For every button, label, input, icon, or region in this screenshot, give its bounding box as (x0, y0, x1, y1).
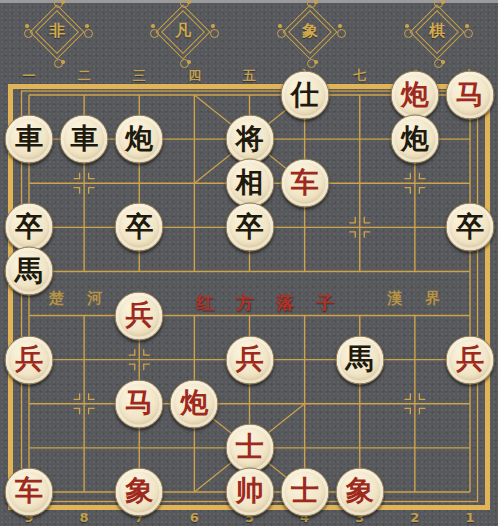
piece-red-象[interactable]: 象 (115, 467, 164, 516)
piece-glyph: 炮 (401, 80, 429, 108)
medallion-corner-dot-icon (187, 0, 191, 4)
piece-glyph: 仕 (291, 80, 319, 108)
medallion-corner-dot-icon (211, 24, 215, 28)
piece-glyph: 兵 (125, 301, 153, 329)
medallion-corner-dot-icon (85, 24, 89, 28)
piece-black-卒[interactable]: 卒 (115, 203, 164, 252)
medallion-corner-dot-icon (187, 60, 191, 64)
medallion-corner-scroll-icon (404, 29, 413, 38)
piece-black-車[interactable]: 車 (5, 115, 54, 164)
medallion-corner-dot-icon (441, 0, 445, 4)
piece-glyph: 卒 (456, 212, 484, 240)
medallion-corner-scroll-icon (24, 29, 33, 38)
piece-glyph: 車 (15, 124, 43, 152)
piece-glyph: 帅 (236, 477, 264, 505)
medallion-char: 非 (49, 21, 65, 42)
piece-glyph: 士 (236, 433, 264, 461)
piece-glyph: 兵 (15, 345, 43, 373)
medallion-corner-scroll-icon (210, 29, 219, 38)
piece-glyph: 马 (125, 389, 153, 417)
medallion-corner-scroll-icon (150, 29, 159, 38)
file-label-top: 三 (133, 67, 146, 85)
file-label-bottom: 8 (80, 510, 89, 525)
piece-glyph: 車 (70, 124, 98, 152)
file-label-bottom: 6 (190, 510, 199, 525)
file-label-top: 一 (23, 67, 36, 85)
piece-black-車[interactable]: 車 (60, 115, 109, 164)
piece-black-相[interactable]: 相 (225, 159, 274, 208)
piece-black-将[interactable]: 将 (225, 115, 274, 164)
river-label-right: 漢界 (387, 289, 463, 308)
medallion-corner-dot-icon (338, 24, 342, 28)
medallion-corner-dot-icon (25, 24, 29, 28)
piece-red-马[interactable]: 马 (446, 71, 495, 120)
piece-red-兵[interactable]: 兵 (446, 335, 495, 384)
file-label-bottom: 1 (465, 510, 474, 525)
piece-red-士[interactable]: 士 (280, 467, 329, 516)
piece-red-兵[interactable]: 兵 (5, 335, 54, 384)
header-medallion: 非 (25, 0, 89, 64)
piece-black-卒[interactable]: 卒 (225, 203, 274, 252)
header-medallion: 象 (278, 0, 342, 64)
piece-black-炮[interactable]: 炮 (390, 115, 439, 164)
piece-black-卒[interactable]: 卒 (446, 203, 495, 252)
header-medallion: 凡 (151, 0, 215, 64)
medallion-corner-dot-icon (405, 24, 409, 28)
medallion-corner-scroll-icon (84, 29, 93, 38)
piece-red-炮[interactable]: 炮 (170, 379, 219, 428)
piece-glyph: 马 (456, 80, 484, 108)
medallion-corner-scroll-icon (464, 29, 473, 38)
piece-black-仕[interactable]: 仕 (280, 71, 329, 120)
medallion-corner-dot-icon (61, 0, 65, 4)
piece-glyph: 将 (236, 124, 264, 152)
header-medallion: 棋 (405, 0, 469, 64)
piece-red-士[interactable]: 士 (225, 423, 274, 472)
piece-glyph: 卒 (15, 212, 43, 240)
piece-glyph: 炮 (180, 389, 208, 417)
medallion-corner-dot-icon (61, 60, 65, 64)
medallion-corner-dot-icon (278, 24, 282, 28)
piece-glyph: 炮 (401, 124, 429, 152)
medallion-char: 棋 (429, 21, 445, 42)
piece-glyph: 馬 (346, 345, 374, 373)
piece-black-馬[interactable]: 馬 (335, 335, 384, 384)
piece-red-帅[interactable]: 帅 (225, 467, 274, 516)
piece-black-馬[interactable]: 馬 (5, 247, 54, 296)
file-label-top: 四 (188, 67, 201, 85)
medallion-char: 象 (302, 21, 318, 42)
file-label-top: 二 (78, 67, 91, 85)
piece-red-兵[interactable]: 兵 (225, 335, 274, 384)
piece-red-马[interactable]: 马 (115, 379, 164, 428)
piece-glyph: 炮 (125, 124, 153, 152)
piece-glyph: 兵 (236, 345, 264, 373)
piece-black-炮[interactable]: 炮 (115, 115, 164, 164)
medallion-corner-dot-icon (151, 24, 155, 28)
piece-red-兵[interactable]: 兵 (115, 291, 164, 340)
xiangqi-app: 非凡象棋 一二三四五六七八九 987654321 楚河 漢界 红方落子 仕炮马車… (0, 0, 498, 526)
piece-red-炮[interactable]: 炮 (390, 71, 439, 120)
piece-glyph: 卒 (125, 212, 153, 240)
piece-glyph: 卒 (236, 212, 264, 240)
river-label-left: 楚河 (49, 289, 125, 308)
medallion-corner-dot-icon (314, 0, 318, 4)
file-label-top: 五 (243, 67, 256, 85)
piece-black-卒[interactable]: 卒 (5, 203, 54, 252)
medallion-char: 凡 (175, 21, 191, 42)
piece-glyph: 兵 (456, 345, 484, 373)
piece-glyph: 相 (236, 168, 264, 196)
medallion-corner-dot-icon (441, 60, 445, 64)
piece-red-车[interactable]: 车 (280, 159, 329, 208)
medallion-corner-dot-icon (465, 24, 469, 28)
medallion-corner-scroll-icon (337, 29, 346, 38)
piece-glyph: 馬 (15, 256, 43, 284)
file-label-top: 七 (353, 67, 366, 85)
piece-glyph: 车 (15, 477, 43, 505)
piece-red-象[interactable]: 象 (335, 467, 384, 516)
piece-glyph: 士 (291, 477, 319, 505)
turn-indicator: 红方落子 (196, 291, 356, 315)
piece-glyph: 象 (346, 477, 374, 505)
medallion-corner-scroll-icon (277, 29, 286, 38)
piece-glyph: 象 (125, 477, 153, 505)
medallion-corner-dot-icon (314, 60, 318, 64)
piece-glyph: 车 (291, 168, 319, 196)
file-label-bottom: 2 (410, 510, 419, 525)
piece-red-车[interactable]: 车 (5, 467, 54, 516)
